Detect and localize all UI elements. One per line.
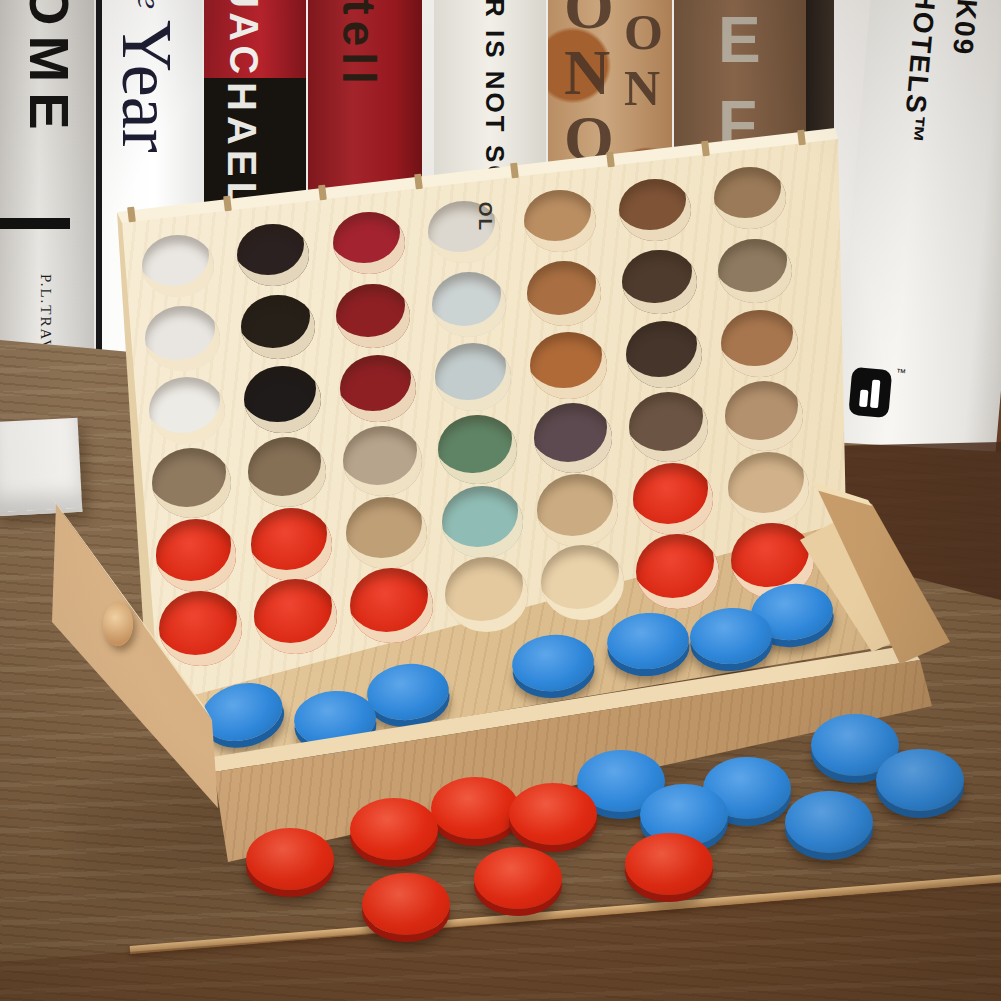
- connect-four-product-photo: OME P.L.TRAVERS e Year JAC HAEL ttell R …: [0, 0, 1001, 1001]
- photo-vignette: [0, 0, 1001, 1001]
